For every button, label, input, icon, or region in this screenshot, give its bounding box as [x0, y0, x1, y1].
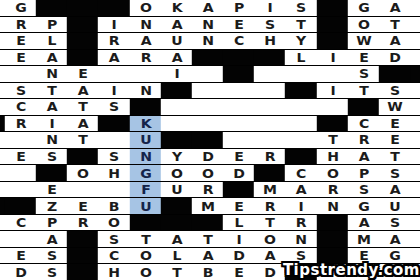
cell-r9-c11[interactable]: T: [316, 132, 349, 148]
cell-r12-c11[interactable]: R: [316, 182, 349, 198]
cell-r15-c11: [316, 231, 349, 247]
cell-r9-c4[interactable]: [98, 132, 131, 148]
cell-r13-c11[interactable]: N: [316, 198, 349, 214]
cell-r9-c5[interactable]: U: [129, 132, 162, 148]
cell-r4-c13[interactable]: D: [379, 50, 412, 66]
cell-r9-c3[interactable]: T: [67, 132, 100, 148]
cell-r10-c9[interactable]: R: [254, 149, 287, 165]
cell-r7-c9[interactable]: [254, 99, 287, 115]
cell-r15-c10[interactable]: N: [285, 231, 318, 247]
cell-r6-c6: [161, 83, 194, 99]
cell-r8-c2[interactable]: I: [36, 116, 69, 132]
cell-r13-c7[interactable]: M: [192, 198, 225, 214]
cell-r1-c6[interactable]: K: [161, 0, 194, 16]
cell-r2-c7[interactable]: N: [192, 17, 225, 33]
cell-r15-c4[interactable]: S: [98, 231, 131, 247]
cell-r5-c4[interactable]: [98, 66, 131, 82]
cell-r14-c5: [129, 215, 162, 231]
cell-r16-c7[interactable]: A: [192, 248, 225, 264]
cell-r6-c3[interactable]: A: [67, 83, 100, 99]
cell-r8-c5[interactable]: K: [129, 116, 162, 132]
cell-r7-c3[interactable]: T: [67, 99, 100, 115]
cell-r8-c11: [316, 116, 349, 132]
cell-r16-c1[interactable]: E: [5, 248, 38, 264]
cell-r7-c7[interactable]: [192, 99, 225, 115]
cell-r15-c9[interactable]: O: [254, 231, 287, 247]
cell-r7-c8[interactable]: [223, 99, 256, 115]
cell-r5-c3[interactable]: E: [67, 66, 100, 82]
cell-r11-c3[interactable]: O: [67, 165, 100, 181]
cell-r10-c14: [411, 149, 420, 165]
cell-r11-c11[interactable]: O: [316, 165, 349, 181]
cell-r2-c9[interactable]: S: [254, 17, 287, 33]
cell-r15-c5[interactable]: T: [129, 231, 162, 247]
cell-r2-c8[interactable]: E: [223, 17, 256, 33]
cell-r7-c5: [129, 99, 162, 115]
cell-r10-c2[interactable]: S: [36, 149, 69, 165]
cell-r12-c7[interactable]: R: [192, 182, 225, 198]
cell-r10-c13[interactable]: T: [379, 149, 412, 165]
cell-r7-c13[interactable]: W: [379, 99, 412, 115]
cell-r6-c9[interactable]: [254, 83, 287, 99]
cell-r6-c10: [285, 83, 318, 99]
cell-r17-c8[interactable]: E: [223, 264, 256, 280]
cell-r8-c3[interactable]: A: [67, 116, 100, 132]
cell-r1-c10[interactable]: S: [285, 0, 318, 16]
cell-r11-c12[interactable]: P: [347, 165, 380, 181]
cell-r4-c5[interactable]: R: [129, 50, 162, 66]
cell-r2-c5[interactable]: N: [129, 17, 162, 33]
cell-r10-c3: [67, 149, 100, 165]
cell-r9-c2[interactable]: N: [36, 132, 69, 148]
cell-r1-c14: [411, 0, 420, 16]
cell-r4-c14: [411, 50, 420, 66]
cell-r5-c9[interactable]: [254, 66, 287, 82]
cell-r14-c14: [411, 215, 420, 231]
cell-r13-c5[interactable]: U: [129, 198, 162, 214]
cell-r9-c9[interactable]: [254, 132, 287, 148]
cell-r11-c8[interactable]: D: [223, 165, 256, 181]
cell-r6-c2[interactable]: T: [36, 83, 69, 99]
cell-r17-c4[interactable]: H: [98, 264, 131, 280]
cell-r11-c7[interactable]: O: [192, 165, 225, 181]
cell-r7-c10[interactable]: [285, 99, 318, 115]
cell-r5-c11[interactable]: [316, 66, 349, 82]
cell-r15-c8[interactable]: I: [223, 231, 256, 247]
cell-r2-c10[interactable]: T: [285, 17, 318, 33]
cell-r11-c9: [254, 165, 287, 181]
cell-r17-c2[interactable]: S: [36, 264, 69, 280]
cell-r11-c5[interactable]: G: [129, 165, 162, 181]
cell-r9-c7: [192, 132, 225, 148]
cell-r15-c3: [67, 231, 100, 247]
cell-r3-c12[interactable]: W: [347, 33, 380, 49]
cell-r5-c12[interactable]: S: [347, 66, 380, 82]
cell-r7-c6[interactable]: [161, 99, 194, 115]
cell-r6-c11[interactable]: I: [316, 83, 349, 99]
cell-r2-c3: [67, 17, 100, 33]
cell-r6-c1[interactable]: S: [5, 83, 38, 99]
crossword-grid: GOKAPISGARPINANESTOTELRAUNCHYWAEAARALIED…: [0, 0, 420, 280]
cell-r16-c2[interactable]: S: [36, 248, 69, 264]
cell-r11-c10[interactable]: C: [285, 165, 318, 181]
cell-r17-c3: [67, 264, 100, 280]
cell-r8-c10[interactable]: [285, 116, 318, 132]
cell-r3-c3: [67, 33, 100, 49]
cell-r7-c11[interactable]: [316, 99, 349, 115]
cell-r14-c1[interactable]: C: [5, 215, 38, 231]
cell-r3-c7[interactable]: N: [192, 33, 225, 49]
cell-r4-c3: [67, 50, 100, 66]
cell-r5-c13: [379, 66, 412, 82]
cell-r4-c6[interactable]: A: [161, 50, 194, 66]
cell-r6-c12[interactable]: T: [347, 83, 380, 99]
cell-r10-c5[interactable]: N: [129, 149, 162, 165]
cell-r7-c14: [411, 99, 420, 115]
cell-r4-c7: [192, 50, 225, 66]
cell-r14-c4[interactable]: O: [98, 215, 131, 231]
cell-r1-c8[interactable]: P: [223, 0, 256, 16]
cell-r15-c12[interactable]: M: [347, 231, 380, 247]
cell-r2-c1[interactable]: R: [5, 17, 38, 33]
cell-r10-c1[interactable]: E: [5, 149, 38, 165]
cell-r9-c12[interactable]: R: [347, 132, 380, 148]
cell-r13-c10[interactable]: I: [285, 198, 318, 214]
cell-r9-c6: [161, 132, 194, 148]
cell-r13-c4[interactable]: B: [98, 198, 131, 214]
cell-r17-c7[interactable]: B: [192, 264, 225, 280]
cell-r14-c12[interactable]: A: [347, 215, 380, 231]
cell-r14-c7: [192, 215, 225, 231]
cell-r11-c6[interactable]: O: [161, 165, 194, 181]
cell-r8-c4: [98, 116, 131, 132]
cell-r13-c13[interactable]: U: [379, 198, 412, 214]
cell-r16-c8[interactable]: D: [223, 248, 256, 264]
cell-r4-c10[interactable]: L: [285, 50, 318, 66]
cell-r1-c7[interactable]: A: [192, 0, 225, 16]
cell-r14-c8[interactable]: L: [223, 215, 256, 231]
cell-r4-c11[interactable]: I: [316, 50, 349, 66]
cell-r13-c12[interactable]: G: [347, 198, 380, 214]
cell-r3-c9[interactable]: H: [254, 33, 287, 49]
cell-r13-c1: [5, 198, 38, 214]
cell-r14-c6: [161, 215, 194, 231]
cell-r6-c13[interactable]: S: [379, 83, 412, 99]
cell-r10-c11[interactable]: H: [316, 149, 349, 165]
cell-r12-c10[interactable]: A: [285, 182, 318, 198]
cell-r8-c6[interactable]: [161, 116, 194, 132]
cell-r8-c9[interactable]: [254, 116, 287, 132]
cell-r12-c12[interactable]: S: [347, 182, 380, 198]
cell-r9-c14: [411, 132, 420, 148]
cell-r3-c1[interactable]: E: [5, 33, 38, 49]
cell-r15-c7[interactable]: T: [192, 231, 225, 247]
cell-r12-c6[interactable]: U: [161, 182, 194, 198]
cell-r13-c14: [411, 198, 420, 214]
cell-r3-c11: [316, 33, 349, 49]
cell-r11-c13[interactable]: S: [379, 165, 412, 181]
cell-r3-c14: [411, 33, 420, 49]
cell-r3-c2[interactable]: L: [36, 33, 69, 49]
cell-r1-c3: [67, 0, 100, 16]
cell-r15-c6[interactable]: A: [161, 231, 194, 247]
cell-r5-c14: [411, 66, 420, 82]
crossword-board: GOKAPISGARPINANESTOTELRAUNCHYWAEAARALIED…: [0, 0, 420, 280]
cell-r7-c2[interactable]: A: [36, 99, 69, 115]
cell-r5-c2[interactable]: N: [36, 66, 69, 82]
cell-r12-c5[interactable]: F: [129, 182, 162, 198]
cell-r9-c13[interactable]: E: [379, 132, 412, 148]
cell-r12-c2[interactable]: E: [36, 182, 69, 198]
cell-r1-c4: [98, 0, 131, 16]
cell-r13-c9[interactable]: R: [254, 198, 287, 214]
cell-r12-c1[interactable]: [5, 182, 38, 198]
cell-r12-c13[interactable]: A: [379, 182, 412, 198]
cell-r8-c12[interactable]: C: [347, 116, 380, 132]
cell-r12-c3[interactable]: [67, 182, 100, 198]
cell-r1-c13[interactable]: A: [379, 0, 412, 16]
cell-r13-c3[interactable]: E: [67, 198, 100, 214]
cell-r4-c9: [254, 50, 287, 66]
cell-r8-c8[interactable]: [223, 116, 256, 132]
cell-r1-c2: [36, 0, 69, 16]
cell-r1-c9[interactable]: I: [254, 0, 287, 16]
cell-r15-c1[interactable]: [5, 231, 38, 247]
cell-r17-c9[interactable]: D: [254, 264, 287, 280]
cell-r6-c5[interactable]: N: [129, 83, 162, 99]
cell-r13-c2[interactable]: Z: [36, 198, 69, 214]
cell-r10-c8[interactable]: E: [223, 149, 256, 165]
cell-r3-c13[interactable]: A: [379, 33, 412, 49]
cell-r17-c6[interactable]: T: [161, 264, 194, 280]
cell-r11-c14: [411, 165, 420, 181]
cell-r14-c9[interactable]: T: [254, 215, 287, 231]
cell-r11-c4[interactable]: H: [98, 165, 131, 181]
cell-r8-c13[interactable]: E: [379, 116, 412, 132]
cell-r2-c2[interactable]: P: [36, 17, 69, 33]
cell-r2-c14: [411, 17, 420, 33]
cell-r7-c4[interactable]: S: [98, 99, 131, 115]
cell-r16-c5[interactable]: O: [129, 248, 162, 264]
cell-r7-c12: [347, 99, 380, 115]
cell-r3-c8[interactable]: C: [223, 33, 256, 49]
cell-r8-c14: [411, 116, 420, 132]
cell-r5-c1[interactable]: [5, 66, 38, 82]
cell-r5-c5[interactable]: [129, 66, 162, 82]
cell-r3-c4[interactable]: R: [98, 33, 131, 49]
cell-r1-c1[interactable]: G: [5, 0, 38, 16]
cell-r14-c13[interactable]: S: [379, 215, 412, 231]
cell-r8-c1[interactable]: R: [5, 116, 38, 132]
cell-r1-c5[interactable]: O: [129, 0, 162, 16]
cell-r12-c4[interactable]: [98, 182, 131, 198]
cell-r17-c5[interactable]: O: [129, 264, 162, 280]
cell-r15-c14: [411, 231, 420, 247]
cell-r16-c3: [67, 248, 100, 264]
cell-r4-c1[interactable]: E: [5, 50, 38, 66]
cell-r4-c8: [223, 50, 256, 66]
cell-r5-c7[interactable]: [192, 66, 225, 82]
cell-r4-c4[interactable]: A: [98, 50, 131, 66]
cell-r5-c8: [223, 66, 256, 82]
cell-r6-c8[interactable]: [223, 83, 256, 99]
cell-r2-c6[interactable]: A: [161, 17, 194, 33]
cell-r14-c11: [316, 215, 349, 231]
cell-r10-c10: [285, 149, 318, 165]
cell-r9-c10[interactable]: [285, 132, 318, 148]
cell-r11-c2: [36, 165, 69, 181]
cell-r4-c2[interactable]: A: [36, 50, 69, 66]
cell-r5-c10[interactable]: [285, 66, 318, 82]
cell-r7-c1[interactable]: C: [5, 99, 38, 115]
cell-r17-c1[interactable]: D: [5, 264, 38, 280]
cell-r2-c4[interactable]: I: [98, 17, 131, 33]
cell-r5-c6[interactable]: I: [161, 66, 194, 82]
cell-r2-c13[interactable]: T: [379, 17, 412, 33]
cell-r1-c12[interactable]: G: [347, 0, 380, 16]
cell-r14-c10[interactable]: R: [285, 215, 318, 231]
cell-r3-c6[interactable]: U: [161, 33, 194, 49]
cell-r10-c4[interactable]: S: [98, 149, 131, 165]
cell-r1-c11: [316, 0, 349, 16]
cell-r6-c7[interactable]: [192, 83, 225, 99]
cell-r12-c14: [411, 182, 420, 198]
cell-r14-c2[interactable]: P: [36, 215, 69, 231]
cell-r16-c4[interactable]: C: [98, 248, 131, 264]
cell-r13-c8[interactable]: E: [223, 198, 256, 214]
cell-r16-c9[interactable]: A: [254, 248, 287, 264]
cell-r15-c13[interactable]: A: [379, 231, 412, 247]
cell-r10-c7[interactable]: D: [192, 149, 225, 165]
cell-r9-c1[interactable]: [5, 132, 38, 148]
cell-r12-c8: [223, 182, 256, 198]
cell-r2-c12[interactable]: O: [347, 17, 380, 33]
cell-r6-c4[interactable]: I: [98, 83, 131, 99]
cell-r11-c1[interactable]: [5, 165, 38, 181]
cell-r9-c8[interactable]: [223, 132, 256, 148]
cell-r12-c9[interactable]: M: [254, 182, 287, 198]
cell-r3-c10[interactable]: Y: [285, 33, 318, 49]
cell-r10-c12[interactable]: A: [347, 149, 380, 165]
cell-r8-c7[interactable]: [192, 116, 225, 132]
cell-r10-c6[interactable]: Y: [161, 149, 194, 165]
cell-r2-c11: [316, 17, 349, 33]
cell-r13-c6: [161, 198, 194, 214]
cell-r3-c5[interactable]: A: [129, 33, 162, 49]
cell-r14-c3[interactable]: R: [67, 215, 100, 231]
cell-r16-c6[interactable]: L: [161, 248, 194, 264]
cell-r6-c14: [411, 83, 420, 99]
cell-r4-c12[interactable]: E: [347, 50, 380, 66]
watermark: Tipstrendy.com: [283, 261, 420, 279]
cell-r15-c2[interactable]: A: [36, 231, 69, 247]
